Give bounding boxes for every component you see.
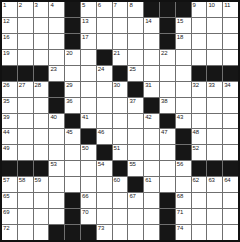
clue-number: 47 [161,129,167,136]
cell-6-13[interactable] [207,98,222,113]
clue-number: 69 [3,209,9,216]
cell-9-9[interactable] [144,145,159,160]
cell-0-12[interactable]: 9 [192,2,207,17]
cell-7-9[interactable]: 42 [144,114,159,129]
cell-12-1[interactable] [18,193,33,208]
clue-number: 17 [82,34,88,41]
cell-0-14[interactable]: 11 [223,2,238,17]
clue-number: 43 [177,114,183,121]
clue-number: 11 [224,2,230,9]
cell-12-14[interactable] [223,193,238,208]
cell-4-11[interactable] [176,66,191,81]
cell-11-4[interactable] [65,177,80,192]
cell-0-1[interactable]: 2 [18,2,33,17]
clue-number: 70 [82,209,88,216]
clue-number: 29 [66,82,72,89]
cell-14-2[interactable] [34,225,49,240]
cell-1-8[interactable] [128,18,143,33]
cell-9-2[interactable] [34,145,49,160]
cell-14-6[interactable]: 73 [97,225,112,240]
cell-6-12[interactable] [192,98,207,113]
clue-number: 12 [3,18,9,25]
cell-7-8[interactable] [128,114,143,129]
cell-3-0[interactable]: 19 [2,50,17,65]
block-cell-10-13 [207,161,222,176]
cell-7-2[interactable] [34,114,49,129]
clue-number: 39 [3,114,9,121]
cell-0-2[interactable]: 3 [34,2,49,17]
block-cell-13-10 [160,209,175,224]
clue-number: 25 [129,66,135,73]
cell-5-0[interactable]: 26 [2,82,17,97]
cell-11-5[interactable] [81,177,96,192]
cell-12-3[interactable] [49,193,64,208]
block-cell-10-2 [34,161,49,176]
block-cell-0-4 [65,2,80,17]
cell-2-6[interactable] [97,34,112,49]
block-cell-4-0 [2,66,17,81]
cell-1-9[interactable]: 14 [144,18,159,33]
cell-13-12[interactable] [192,209,207,224]
cell-3-12[interactable] [192,50,207,65]
cell-8-1[interactable] [18,129,33,144]
block-cell-4-2 [34,66,49,81]
cell-13-6[interactable] [97,209,112,224]
clue-number: 53 [50,161,56,168]
block-cell-9-11 [176,145,191,160]
clue-number: 21 [114,50,120,57]
clue-number: 20 [66,50,72,57]
cell-6-4[interactable]: 36 [65,98,80,113]
cell-9-14[interactable] [223,145,238,160]
clue-number: 18 [177,34,183,41]
cell-8-3[interactable] [49,129,64,144]
clue-number: 61 [145,177,151,184]
clue-number: 38 [161,98,167,105]
cell-13-13[interactable] [207,209,222,224]
cell-6-8[interactable]: 37 [128,98,143,113]
cell-10-6[interactable]: 54 [97,161,112,176]
clue-number: 31 [145,82,151,89]
clue-number: 52 [193,145,199,152]
cell-2-1[interactable] [18,34,33,49]
block-cell-14-5 [81,225,96,240]
cell-9-0[interactable]: 49 [2,145,17,160]
cell-8-14[interactable] [223,129,238,144]
cell-11-10[interactable] [160,177,175,192]
cell-3-11[interactable] [176,50,191,65]
clue-number: 51 [114,145,120,152]
cell-10-4[interactable] [65,161,80,176]
cell-9-1[interactable] [18,145,33,160]
block-cell-6-3 [49,98,64,113]
cell-7-0[interactable]: 39 [2,114,17,129]
clue-number: 60 [114,177,120,184]
clue-number: 14 [145,18,151,25]
clue-number: 67 [129,193,135,200]
clue-number: 22 [161,50,167,57]
cell-13-7[interactable] [113,209,128,224]
cell-3-7[interactable]: 21 [113,50,128,65]
cell-7-3[interactable]: 40 [49,114,64,129]
cell-5-6[interactable] [97,82,112,97]
clue-number: 62 [193,177,199,184]
clue-number: 34 [224,82,230,89]
clue-number: 35 [3,98,9,105]
block-cell-2-4 [65,34,80,49]
clue-number: 8 [129,2,132,9]
cell-0-3[interactable]: 4 [49,2,64,17]
clue-number: 24 [98,66,104,73]
cell-7-6[interactable] [97,114,112,129]
cell-10-9[interactable] [144,161,159,176]
cell-5-2[interactable]: 28 [34,82,49,97]
clue-number: 42 [145,114,151,121]
cell-5-5[interactable] [81,82,96,97]
cell-3-3[interactable] [49,50,64,65]
cell-12-8[interactable]: 67 [128,193,143,208]
block-cell-1-4 [65,18,80,33]
cell-11-3[interactable] [49,177,64,192]
block-cell-0-9 [144,2,159,17]
cell-12-0[interactable]: 65 [2,193,17,208]
cell-8-12[interactable]: 48 [192,129,207,144]
block-cell-12-10 [160,193,175,208]
clue-number: 37 [129,98,135,105]
clue-number: 50 [82,145,88,152]
cell-10-11[interactable]: 56 [176,161,191,176]
cell-1-12[interactable] [192,18,207,33]
cell-12-6[interactable] [97,193,112,208]
clue-number: 68 [177,193,183,200]
block-cell-11-8 [128,177,143,192]
block-cell-7-10 [160,114,175,129]
cell-3-2[interactable] [34,50,49,65]
cell-11-6[interactable] [97,177,112,192]
cell-5-9[interactable]: 31 [144,82,159,97]
block-cell-4-13 [207,66,222,81]
cell-0-6[interactable]: 6 [97,2,112,17]
cell-14-1[interactable] [18,225,33,240]
cell-8-0[interactable]: 44 [2,129,17,144]
block-cell-14-10 [160,225,175,240]
cell-6-14[interactable] [223,98,238,113]
cell-3-8[interactable] [128,50,143,65]
cell-6-0[interactable]: 35 [2,98,17,113]
cell-11-12[interactable]: 62 [192,177,207,192]
cell-6-6[interactable] [97,98,112,113]
clue-number: 19 [3,50,9,57]
clue-number: 49 [3,145,9,152]
cell-6-11[interactable] [176,98,191,113]
cell-7-1[interactable] [18,114,33,129]
cell-5-13[interactable]: 33 [207,82,222,97]
cell-3-4[interactable]: 20 [65,50,80,65]
clue-number: 64 [224,177,230,184]
cell-10-3[interactable]: 53 [49,161,64,176]
block-cell-9-6 [97,145,112,160]
cell-13-11[interactable]: 71 [176,209,191,224]
block-cell-12-4 [65,193,80,208]
cell-4-5[interactable] [81,66,96,81]
cell-12-13[interactable] [207,193,222,208]
cell-11-11[interactable] [176,177,191,192]
cell-4-9[interactable] [144,66,159,81]
clue-number: 1 [3,2,6,9]
cell-13-8[interactable] [128,209,143,224]
clue-number: 2 [19,2,22,9]
cell-2-12[interactable] [192,34,207,49]
clue-number: 71 [177,209,183,216]
block-cell-10-14 [223,161,238,176]
cell-5-10[interactable] [160,82,175,97]
cell-1-13[interactable] [207,18,222,33]
cell-8-10[interactable]: 47 [160,129,175,144]
cell-4-10[interactable] [160,66,175,81]
cell-14-7[interactable] [113,225,128,240]
cell-3-14[interactable] [223,50,238,65]
clue-number: 28 [35,82,41,89]
clue-number: 33 [208,82,214,89]
cell-5-7[interactable]: 30 [113,82,128,97]
block-cell-4-12 [192,66,207,81]
cell-13-14[interactable] [223,209,238,224]
cell-13-0[interactable]: 69 [2,209,17,224]
cell-0-7[interactable]: 7 [113,2,128,17]
cell-6-7[interactable] [113,98,128,113]
clue-number: 44 [3,129,9,136]
clue-number: 40 [50,114,56,121]
clue-number: 27 [19,82,25,89]
block-cell-8-11 [176,129,191,144]
cell-8-6[interactable]: 46 [97,129,112,144]
cell-9-7[interactable]: 51 [113,145,128,160]
cell-9-12[interactable]: 52 [192,145,207,160]
cell-2-2[interactable] [34,34,49,49]
block-cell-10-7 [113,161,128,176]
cell-14-0[interactable]: 72 [2,225,17,240]
cell-6-2[interactable] [34,98,49,113]
block-cell-8-5 [81,129,96,144]
clue-number: 73 [98,225,104,232]
cell-14-13[interactable] [207,225,222,240]
cell-13-1[interactable] [18,209,33,224]
block-cell-5-8 [128,82,143,97]
cell-14-9[interactable] [144,225,159,240]
block-cell-4-7 [113,66,128,81]
cell-2-5[interactable]: 17 [81,34,96,49]
cell-5-14[interactable]: 34 [223,82,238,97]
cell-0-8[interactable]: 8 [128,2,143,17]
clue-number: 15 [177,18,183,25]
cell-3-13[interactable] [207,50,222,65]
clue-number: 36 [66,98,72,105]
cell-13-9[interactable] [144,209,159,224]
cell-0-13[interactable]: 10 [207,2,222,17]
cell-8-7[interactable] [113,129,128,144]
cell-5-1[interactable]: 27 [18,82,33,97]
cell-0-0[interactable]: 1 [2,2,17,17]
cell-8-4[interactable]: 45 [65,129,80,144]
cell-12-9[interactable] [144,193,159,208]
cell-11-2[interactable]: 59 [34,177,49,192]
cell-2-9[interactable] [144,34,159,49]
block-cell-4-14 [223,66,238,81]
clue-number: 66 [82,193,88,200]
cell-1-3[interactable] [49,18,64,33]
cell-11-1[interactable]: 58 [18,177,33,192]
cell-9-4[interactable] [65,145,80,160]
cell-6-5[interactable] [81,98,96,113]
clue-number: 57 [3,177,9,184]
cell-11-14[interactable]: 64 [223,177,238,192]
cell-10-8[interactable]: 55 [128,161,143,176]
cell-13-5[interactable]: 70 [81,209,96,224]
cell-4-4[interactable] [65,66,80,81]
cell-14-14[interactable] [223,225,238,240]
cell-7-5[interactable]: 41 [81,114,96,129]
clue-number: 10 [208,2,214,9]
clue-number: 5 [82,2,85,9]
clue-number: 7 [114,2,117,9]
cell-1-5[interactable]: 13 [81,18,96,33]
cell-11-7[interactable]: 60 [113,177,128,192]
block-cell-5-3 [49,82,64,97]
cell-8-9[interactable] [144,129,159,144]
cell-10-5[interactable] [81,161,96,176]
clue-number: 3 [35,2,38,9]
cell-2-0[interactable]: 16 [2,34,17,49]
cell-1-2[interactable] [34,18,49,33]
cell-14-11[interactable]: 74 [176,225,191,240]
block-cell-3-6 [97,50,112,65]
block-cell-0-10 [160,2,175,17]
block-cell-0-11 [176,2,191,17]
cell-11-9[interactable]: 61 [144,177,159,192]
clue-number: 41 [82,114,88,121]
clue-number: 46 [98,129,104,136]
cell-9-13[interactable] [207,145,222,160]
cell-7-13[interactable] [207,114,222,129]
cell-5-12[interactable]: 32 [192,82,207,97]
cell-5-4[interactable]: 29 [65,82,80,97]
crossword-board: 1234567891011121314151617181920212223242… [0,0,240,242]
cell-2-11[interactable]: 18 [176,34,191,49]
clue-number: 32 [193,82,199,89]
clue-number: 16 [3,34,9,41]
clue-number: 4 [50,2,53,9]
cell-13-2[interactable] [34,209,49,224]
block-cell-14-4 [65,225,80,240]
cell-12-2[interactable] [34,193,49,208]
cell-2-3[interactable] [49,34,64,49]
clue-number: 74 [177,225,183,232]
clue-number: 26 [3,82,9,89]
cell-2-14[interactable] [223,34,238,49]
block-cell-10-12 [192,161,207,176]
cell-14-8[interactable] [128,225,143,240]
clue-number: 55 [129,161,135,168]
cell-13-3[interactable] [49,209,64,224]
cell-11-13[interactable]: 63 [207,177,222,192]
cell-9-5[interactable]: 50 [81,145,96,160]
clue-number: 54 [98,161,104,168]
cell-2-13[interactable] [207,34,222,49]
cell-1-0[interactable]: 12 [2,18,17,33]
clue-number: 23 [50,66,56,73]
block-cell-14-3 [49,225,64,240]
cell-8-8[interactable] [128,129,143,144]
clue-number: 63 [208,177,214,184]
cell-1-14[interactable] [223,18,238,33]
clue-number: 72 [3,225,9,232]
clue-number: 45 [66,129,72,136]
cell-1-7[interactable] [113,18,128,33]
cell-12-12[interactable] [192,193,207,208]
cell-7-14[interactable] [223,114,238,129]
cell-7-11[interactable]: 43 [176,114,191,129]
cell-4-6[interactable]: 24 [97,66,112,81]
cell-6-1[interactable] [18,98,33,113]
block-cell-10-0 [2,161,17,176]
clue-number: 6 [98,2,101,9]
block-cell-2-10 [160,34,175,49]
cell-3-1[interactable] [18,50,33,65]
block-cell-7-4 [65,114,80,129]
cell-4-3[interactable]: 23 [49,66,64,81]
cell-0-5[interactable]: 5 [81,2,96,17]
block-cell-6-9 [144,98,159,113]
cell-3-10[interactable]: 22 [160,50,175,65]
cell-6-10[interactable]: 38 [160,98,175,113]
clue-number: 9 [193,2,196,9]
cell-1-1[interactable] [18,18,33,33]
cell-3-5[interactable] [81,50,96,65]
clue-number: 65 [3,193,9,200]
cell-9-8[interactable] [128,145,143,160]
block-cell-4-1 [18,66,33,81]
clue-number: 30 [114,82,120,89]
cell-2-7[interactable] [113,34,128,49]
block-cell-10-1 [18,161,33,176]
cell-5-11[interactable] [176,82,191,97]
cell-4-8[interactable]: 25 [128,66,143,81]
cell-2-8[interactable] [128,34,143,49]
cell-12-7[interactable] [113,193,128,208]
cell-9-3[interactable] [49,145,64,160]
cell-8-2[interactable] [34,129,49,144]
clue-number: 56 [177,161,183,168]
clue-number: 13 [82,18,88,25]
cell-10-10[interactable] [160,161,175,176]
cell-11-0[interactable]: 57 [2,177,17,192]
cell-14-12[interactable] [192,225,207,240]
cell-12-11[interactable]: 68 [176,193,191,208]
clue-number: 48 [193,129,199,136]
block-cell-1-10 [160,18,175,33]
block-cell-13-4 [65,209,80,224]
cell-8-13[interactable] [207,129,222,144]
cell-9-10[interactable] [160,145,175,160]
cell-1-6[interactable] [97,18,112,33]
cell-7-7[interactable] [113,114,128,129]
cell-3-9[interactable] [144,50,159,65]
cell-7-12[interactable] [192,114,207,129]
clue-number: 59 [35,177,41,184]
clue-number: 58 [19,177,25,184]
cell-1-11[interactable]: 15 [176,18,191,33]
cell-12-5[interactable]: 66 [81,193,96,208]
